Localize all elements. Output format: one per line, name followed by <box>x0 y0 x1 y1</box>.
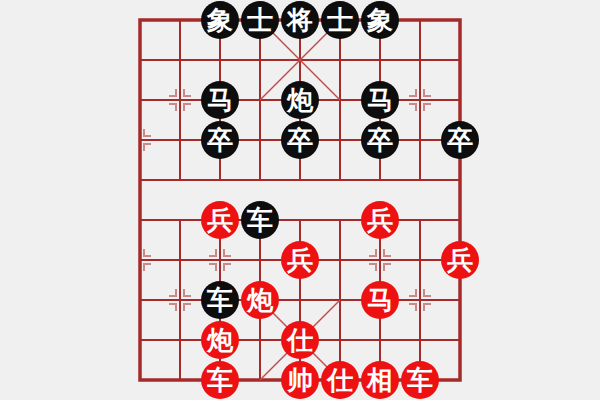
black-advisor-piece[interactable]: 士 <box>321 1 359 39</box>
red-horse-piece[interactable]: 马 <box>361 281 399 319</box>
red-soldier-piece[interactable]: 兵 <box>201 201 239 239</box>
black-chariot-piece[interactable]: 车 <box>201 281 239 319</box>
black-soldier-piece[interactable]: 卒 <box>201 121 239 159</box>
red-advisor-piece[interactable]: 仕 <box>281 321 319 359</box>
red-advisor-piece[interactable]: 仕 <box>321 361 359 399</box>
pieces-layer: 象士将士象马炮马卒卒卒卒兵车兵兵兵车炮马炮仕车帅仕相车 <box>0 0 600 400</box>
red-cannon-piece[interactable]: 炮 <box>201 321 239 359</box>
black-elephant-piece[interactable]: 象 <box>201 1 239 39</box>
xiangqi-board-screen: 象士将士象马炮马卒卒卒卒兵车兵兵兵车炮马炮仕车帅仕相车 <box>0 0 600 400</box>
black-soldier-piece[interactable]: 卒 <box>441 121 479 159</box>
red-chariot-piece[interactable]: 车 <box>401 361 439 399</box>
red-general-piece[interactable]: 帅 <box>281 361 319 399</box>
black-horse-piece[interactable]: 马 <box>201 81 239 119</box>
red-soldier-piece[interactable]: 兵 <box>441 241 479 279</box>
red-soldier-piece[interactable]: 兵 <box>281 241 319 279</box>
black-elephant-piece[interactable]: 象 <box>361 1 399 39</box>
red-cannon-piece[interactable]: 炮 <box>241 281 279 319</box>
red-elephant-piece[interactable]: 相 <box>361 361 399 399</box>
black-advisor-piece[interactable]: 士 <box>241 1 279 39</box>
black-horse-piece[interactable]: 马 <box>361 81 399 119</box>
black-cannon-piece[interactable]: 炮 <box>281 81 319 119</box>
black-chariot-piece[interactable]: 车 <box>241 201 279 239</box>
red-chariot-piece[interactable]: 车 <box>201 361 239 399</box>
black-soldier-piece[interactable]: 卒 <box>361 121 399 159</box>
red-soldier-piece[interactable]: 兵 <box>361 201 399 239</box>
black-soldier-piece[interactable]: 卒 <box>281 121 319 159</box>
black-general-piece[interactable]: 将 <box>281 1 319 39</box>
